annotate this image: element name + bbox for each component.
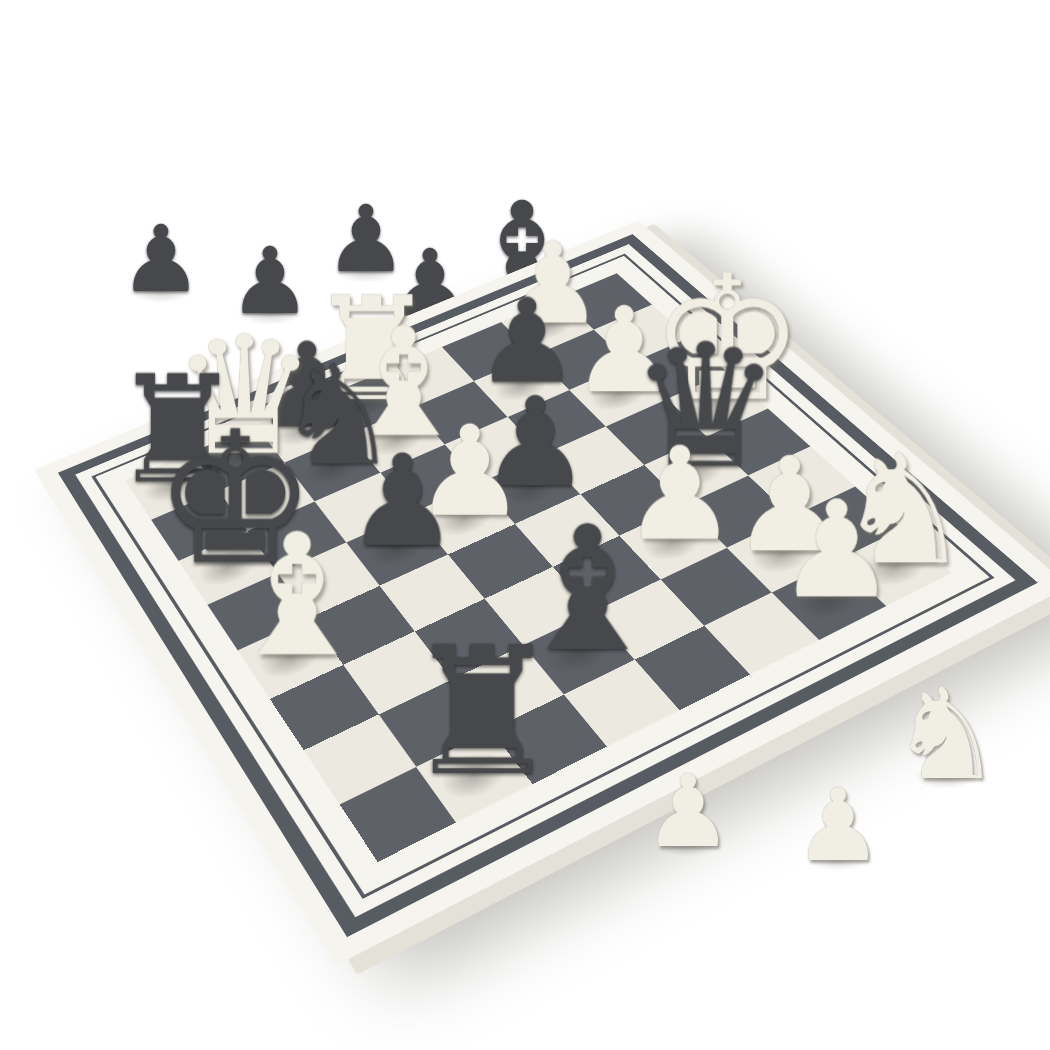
chess-set-photo-scene: ♟♟♟♟♝ ♜♛♟♜♟♞♝♟♚♟♟♟♟♚♝♛♟♝♟♜♟♞ ♟♟♞ [0,0,1050,1050]
white-knight-glyph: ♞ [846,681,1046,788]
captured-white-pieces-tray: ♟♟♞ [0,0,1050,1050]
